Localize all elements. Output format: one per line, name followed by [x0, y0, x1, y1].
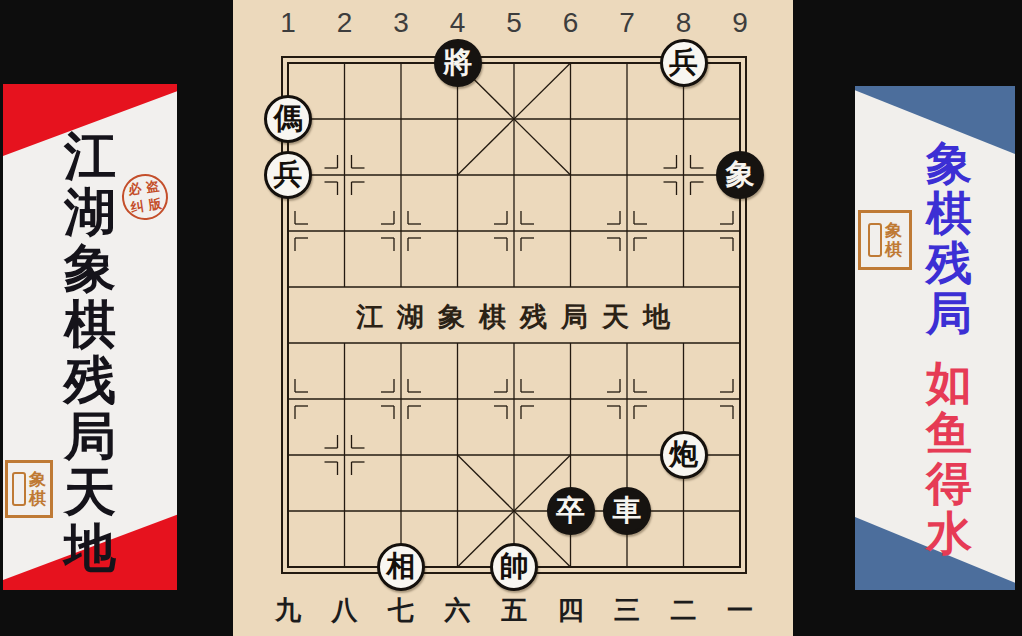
- seal-bottle-icon: [12, 472, 26, 506]
- file-label-top-5: 5: [506, 8, 522, 38]
- file-label-bottom-6: 四: [558, 595, 584, 625]
- piece-red-兵[interactable]: 兵: [660, 39, 708, 87]
- piece-red-兵[interactable]: 兵: [264, 151, 312, 199]
- river-text: 江湖象棋残局天地: [233, 299, 793, 335]
- piece-black-象[interactable]: 象: [716, 151, 764, 199]
- seal-bottle-icon: [868, 223, 882, 257]
- right-banner-title-red: 如 鱼 得 水: [855, 358, 1015, 558]
- file-label-top-9: 9: [732, 8, 748, 38]
- file-label-top-8: 8: [676, 8, 692, 38]
- file-label-top-6: 6: [563, 8, 579, 38]
- file-label-bottom-3: 七: [388, 595, 414, 625]
- piece-black-車[interactable]: 車: [603, 487, 651, 535]
- piece-red-帥[interactable]: 帥: [490, 543, 538, 591]
- right-banner: 象 棋 残 局 如 鱼 得 水 象 棋: [855, 86, 1015, 590]
- file-label-bottom-1: 九: [275, 595, 301, 625]
- piece-red-炮[interactable]: 炮: [660, 431, 708, 479]
- file-label-bottom-4: 六: [445, 595, 471, 625]
- file-label-top-3: 3: [393, 8, 409, 38]
- piece-red-相[interactable]: 相: [377, 543, 425, 591]
- file-label-bottom-8: 二: [671, 595, 697, 625]
- xiangqi-board: 123456789 九八七六五四三二一 江湖象棋残局天地 將兵傌兵象炮卒車相帥: [233, 0, 793, 636]
- piece-black-將[interactable]: 將: [434, 39, 482, 87]
- piece-red-傌[interactable]: 傌: [264, 95, 312, 143]
- file-label-top-2: 2: [337, 8, 353, 38]
- file-label-top-7: 7: [619, 8, 635, 38]
- piece-black-卒[interactable]: 卒: [547, 487, 595, 535]
- file-label-bottom-2: 八: [332, 595, 358, 625]
- xiangqi-seal-right: 象 棋: [858, 210, 912, 270]
- left-banner: 江 湖 象 棋 残 局 天 地 必盗纠版 象 棋: [3, 84, 177, 590]
- file-label-bottom-7: 三: [614, 595, 640, 625]
- file-label-bottom-9: 一: [727, 595, 753, 625]
- file-label-top-4: 4: [450, 8, 466, 38]
- file-label-bottom-5: 五: [501, 595, 527, 625]
- xiangqi-seal-left: 象 棋: [5, 460, 53, 518]
- file-label-top-1: 1: [280, 8, 296, 38]
